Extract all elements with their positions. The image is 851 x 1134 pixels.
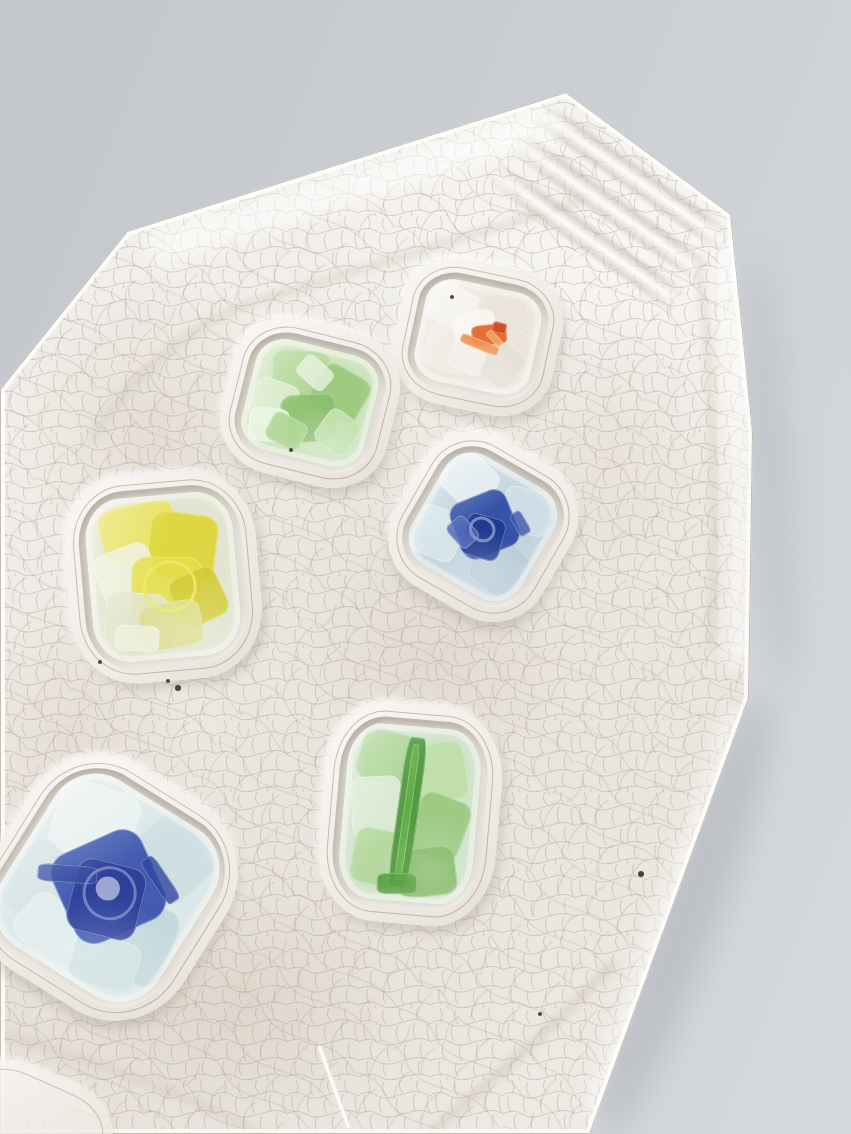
glass-shard: [114, 624, 160, 653]
glass-shard: [478, 293, 529, 334]
glass-shard: [246, 405, 290, 443]
glass-shard: [407, 738, 472, 806]
glass-shard: [94, 496, 182, 568]
glass-shard: [485, 329, 504, 348]
glass-shard: [72, 856, 146, 930]
glass-shard: [245, 374, 302, 430]
glass-shard: [508, 509, 532, 537]
glaze-speck: [289, 448, 293, 452]
glass-shard: [280, 392, 339, 444]
glass-shard: [402, 788, 475, 866]
glaze-speck: [450, 295, 454, 299]
glass-shard: [446, 340, 489, 379]
glass-shard: [419, 320, 478, 377]
cell-glass-green-streak: [336, 720, 485, 907]
glaze-speck: [175, 685, 181, 691]
glass-shard: [394, 844, 459, 900]
glass-shard: [293, 351, 336, 393]
glass-shard: [394, 743, 421, 880]
cell-glass-yellow: [82, 489, 244, 665]
glass-shard: [386, 736, 428, 889]
glass-shard: [468, 332, 531, 394]
photo-background: [0, 0, 851, 1134]
glass-shard: [459, 333, 500, 358]
glass-shard: [89, 539, 165, 615]
glass-shard: [145, 509, 221, 582]
glass-cell-green-streak: [312, 697, 508, 932]
glass-shard: [471, 323, 508, 347]
glaze-speck: [98, 660, 102, 664]
glass-shard: [102, 590, 169, 651]
glass-shard: [137, 597, 207, 654]
glass-shard: [444, 513, 481, 551]
glass-cell-yellow: [58, 465, 267, 689]
glass-shard: [63, 855, 150, 944]
glass-shard: [271, 349, 331, 399]
glass-shard: [37, 863, 98, 885]
glass-shard: [348, 824, 411, 890]
glass-shard: [377, 873, 418, 895]
glass-shard: [45, 775, 146, 871]
glass-shard: [445, 485, 524, 564]
glass-shard: [141, 558, 199, 614]
glass-shard: [304, 359, 375, 429]
glaze-speck: [538, 1012, 542, 1016]
glass-shard: [262, 409, 309, 453]
glass-shard: [353, 724, 424, 790]
glass-shard: [350, 775, 404, 841]
glass-shard: [91, 872, 124, 905]
glass-shard: [165, 562, 233, 631]
glass-shard: [422, 278, 488, 340]
ashtray-dish: [0, 0, 851, 1134]
glass-shard: [139, 854, 181, 906]
glass-shard: [491, 321, 507, 334]
glass-shard: [465, 512, 500, 547]
glass-shard: [44, 822, 173, 950]
glass-shard: [311, 405, 364, 459]
glass-shard: [451, 308, 499, 348]
glass-shard: [131, 556, 203, 626]
glass-shard: [458, 511, 509, 563]
glaze-speck: [638, 871, 644, 877]
glass-shard: [497, 483, 557, 539]
glaze-speck: [166, 679, 170, 683]
